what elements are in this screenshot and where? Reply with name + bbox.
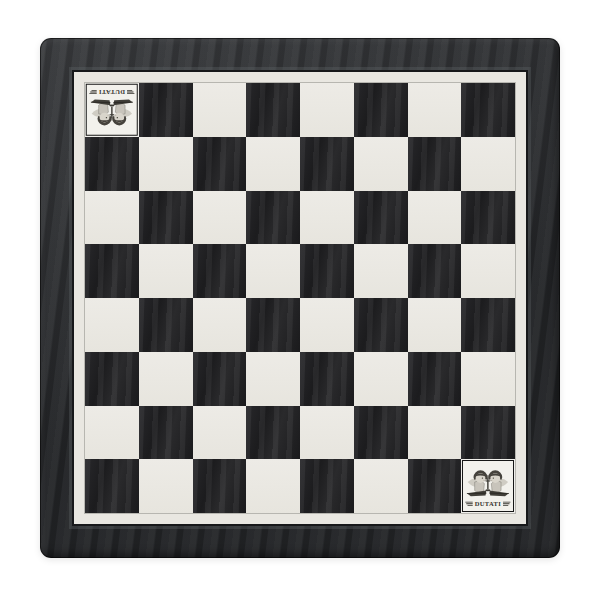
square-e8[interactable] [300,83,354,137]
square-c7[interactable] [193,137,247,191]
square-b6[interactable] [139,191,193,245]
board-card: DUTATI [74,72,526,524]
square-a6[interactable] [85,191,139,245]
square-a4[interactable] [85,298,139,352]
square-f4[interactable] [354,298,408,352]
square-e4[interactable] [300,298,354,352]
square-f8[interactable] [354,83,408,137]
square-a7[interactable] [85,137,139,191]
square-c6[interactable] [193,191,247,245]
cherub-figure [112,99,133,125]
square-c1[interactable] [193,459,247,513]
brand-wordmark: DUTATI [475,500,501,507]
square-h6[interactable] [461,191,515,245]
square-h2[interactable] [461,406,515,460]
brand-wordmark: DUTATI [99,89,125,96]
square-e2[interactable] [300,406,354,460]
square-b4[interactable] [139,298,193,352]
square-b2[interactable] [139,406,193,460]
square-d6[interactable] [246,191,300,245]
square-h7[interactable] [461,137,515,191]
square-g1[interactable] [408,459,462,513]
square-a1[interactable] [85,459,139,513]
square-h5[interactable] [461,244,515,298]
square-h8[interactable] [461,83,515,137]
square-d8[interactable] [246,83,300,137]
square-b3[interactable] [139,352,193,406]
cherub-figure [467,471,488,497]
square-f7[interactable] [354,137,408,191]
square-c4[interactable] [193,298,247,352]
square-g7[interactable] [408,137,462,191]
square-g4[interactable] [408,298,462,352]
product-photo-background: DUTATI [0,0,600,600]
square-d5[interactable] [246,244,300,298]
square-e3[interactable] [300,352,354,406]
chess-board: DUTATI [85,83,515,513]
dutati-logo-icon: DUTATI [463,461,513,511]
square-g6[interactable] [408,191,462,245]
square-e5[interactable] [300,244,354,298]
square-h3[interactable] [461,352,515,406]
square-c5[interactable] [193,244,247,298]
square-c2[interactable] [193,406,247,460]
square-e6[interactable] [300,191,354,245]
square-b8[interactable] [139,83,193,137]
square-f3[interactable] [354,352,408,406]
square-d4[interactable] [246,298,300,352]
square-g3[interactable] [408,352,462,406]
square-g5[interactable] [408,244,462,298]
square-c8[interactable] [193,83,247,137]
square-f2[interactable] [354,406,408,460]
square-h4[interactable] [461,298,515,352]
square-h1[interactable]: DUTATI [461,459,515,513]
square-g2[interactable] [408,406,462,460]
square-d3[interactable] [246,352,300,406]
dutati-logo-icon: DUTATI [87,85,137,135]
square-f6[interactable] [354,191,408,245]
square-b5[interactable] [139,244,193,298]
square-e1[interactable] [300,459,354,513]
square-d2[interactable] [246,406,300,460]
square-b7[interactable] [139,137,193,191]
square-a8[interactable]: DUTATI [85,83,139,137]
board-frame: DUTATI [40,38,560,558]
square-a3[interactable] [85,352,139,406]
square-c3[interactable] [193,352,247,406]
square-f1[interactable] [354,459,408,513]
square-d7[interactable] [246,137,300,191]
dutati-logo: DUTATI [86,84,138,136]
square-a5[interactable] [85,244,139,298]
square-f5[interactable] [354,244,408,298]
dutati-logo: DUTATI [462,460,514,512]
square-b1[interactable] [139,459,193,513]
square-e7[interactable] [300,137,354,191]
square-d1[interactable] [246,459,300,513]
square-a2[interactable] [85,406,139,460]
square-g8[interactable] [408,83,462,137]
